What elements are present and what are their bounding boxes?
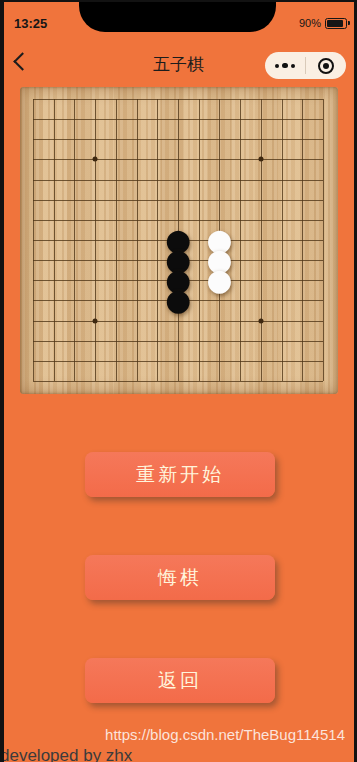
phone-frame-left xyxy=(0,0,4,762)
grid-line-v xyxy=(199,99,200,381)
return-button[interactable]: 返回 xyxy=(85,658,275,703)
grid-line-v xyxy=(261,99,262,381)
grid-line-h xyxy=(33,361,323,362)
watermark-credit: developed by zhx xyxy=(0,746,132,762)
grid-line-v xyxy=(282,99,283,381)
phone-frame-top xyxy=(0,0,357,2)
exit-button[interactable] xyxy=(306,52,346,79)
battery-indicator: 90% xyxy=(299,17,347,29)
watermark-url: https://blog.csdn.net/TheBug114514 xyxy=(105,726,345,743)
battery-percent-label: 90% xyxy=(299,17,321,29)
grid-line-h xyxy=(33,381,323,382)
grid-line-v xyxy=(302,99,303,381)
battery-nub xyxy=(348,21,351,25)
target-circle-icon xyxy=(318,58,334,74)
status-time: 13:25 xyxy=(14,16,47,31)
more-menu-button[interactable] xyxy=(265,52,305,79)
status-bar: 13:25 90% xyxy=(0,0,357,40)
battery-fill xyxy=(327,20,343,27)
more-dots-icon xyxy=(275,63,295,69)
black-stone[interactable]: ● xyxy=(165,287,191,313)
app-screen: 13:25 90% 五子棋 ●●●●●●● 重新开始 悔棋 返回 https:/… xyxy=(0,0,357,762)
nav-bar: 五子棋 xyxy=(0,40,357,86)
grid-line-h xyxy=(33,321,323,322)
undo-button[interactable]: 悔棋 xyxy=(85,555,275,600)
board-grid: ●●●●●●● xyxy=(33,99,323,381)
grid-line-h xyxy=(33,341,323,342)
miniprogram-capsule xyxy=(265,52,346,79)
white-stone[interactable]: ● xyxy=(206,267,232,293)
grid-line-v xyxy=(323,99,324,381)
star-point xyxy=(258,157,263,162)
phone-notch xyxy=(79,0,276,32)
star-point xyxy=(258,318,263,323)
star-point xyxy=(93,157,98,162)
restart-button[interactable]: 重新开始 xyxy=(85,452,275,497)
star-point xyxy=(93,318,98,323)
gomoku-board[interactable]: ●●●●●●● xyxy=(20,87,338,394)
grid-line-v xyxy=(240,99,241,381)
battery-icon xyxy=(325,18,347,29)
